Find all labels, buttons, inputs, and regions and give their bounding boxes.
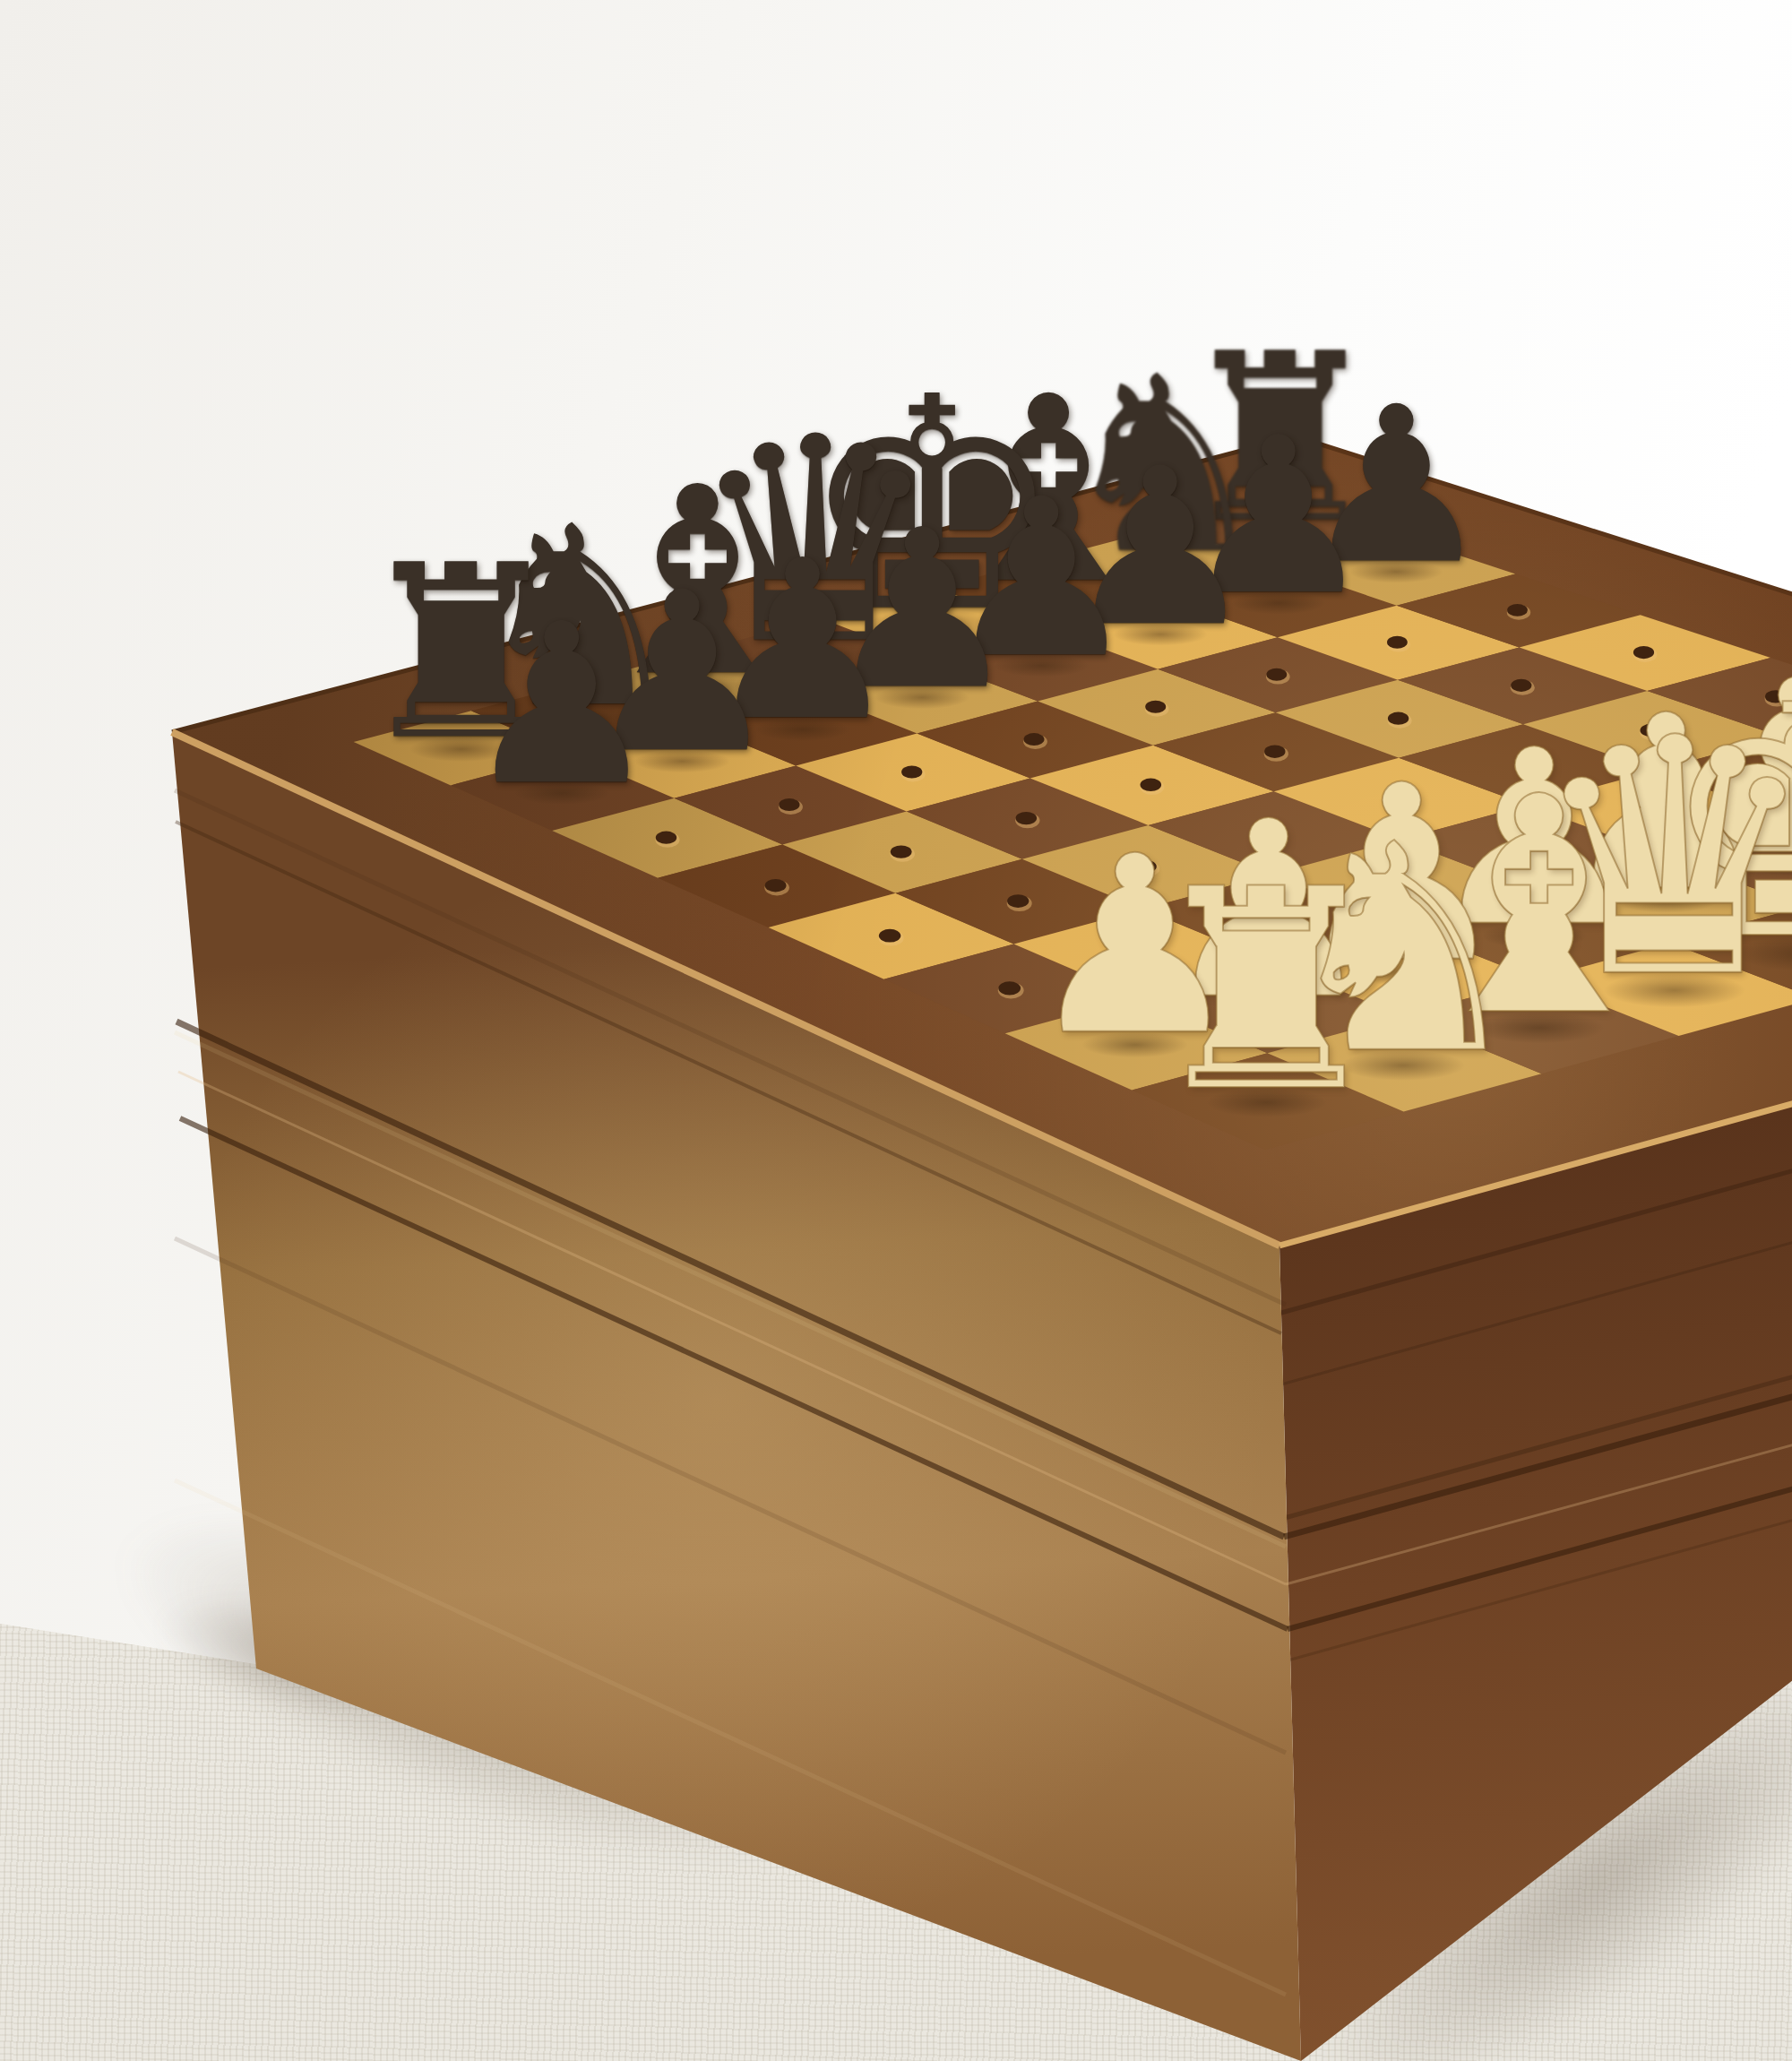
piece-black-pawn-a7[interactable]: ♟ [462, 594, 660, 815]
piece-white-rook-a1[interactable]: ♜ [1142, 853, 1391, 1130]
pieces-layer: ♜♞♝♛♚♝♞♜♟♟♟♟♟♟♟♟♟♟♟♟♟♟♟♟♜♞♝♛♚♝♞♜ [0, 0, 1792, 2061]
scene: ♜♞♝♛♚♝♞♜♟♟♟♟♟♟♟♟♟♟♟♟♟♟♟♟♜♞♝♛♚♝♞♜ [0, 0, 1792, 2061]
